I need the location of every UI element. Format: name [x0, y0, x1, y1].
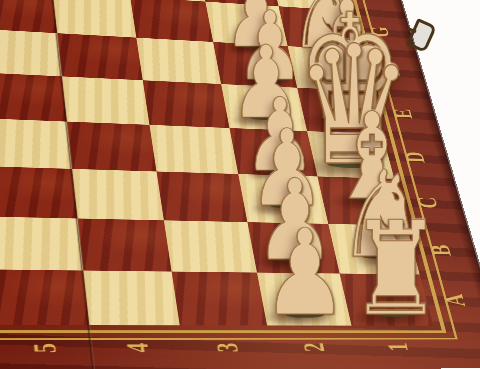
piece-white-rook-a1: ♜	[349, 204, 442, 334]
piece-white-pawn-a2: ♟	[262, 214, 347, 333]
chess-board-photo: ABCDEFGH12345678 ♜♞♝♛♚♝♞♟♟♟♟♟♟♟	[0, 0, 480, 369]
pieces-layer: ♜♞♝♛♚♝♞♟♟♟♟♟♟♟	[0, 0, 480, 369]
